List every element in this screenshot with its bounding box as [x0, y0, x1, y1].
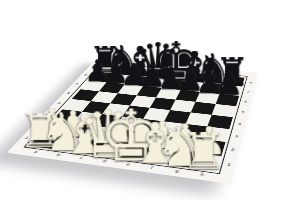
- chess-board-mat: aabbccddeeffgghh1122334455667788 ♜♞♝♛♚♝♞…: [7, 58, 258, 184]
- photo-scene: aabbccddeeffgghh1122334455667788 ♜♞♝♛♚♝♞…: [0, 0, 300, 200]
- file-label-bottom-h: h: [189, 171, 216, 178]
- pieces-layer: ♜♞♝♛♚♝♞♜♟♟♟♟♟♟♟♟♟♟♟♟♟♟♟♟♜♞♝♛♚♝♞♜: [7, 58, 258, 184]
- rank-label-right-2: 2: [226, 142, 239, 157]
- black-pawn-glyph: ♟: [215, 72, 243, 97]
- rank-label-right-8: 8: [246, 78, 256, 88]
- rank-label-right-3: 3: [230, 129, 242, 143]
- rank-label-right-6: 6: [240, 96, 251, 107]
- rank-label-right-4: 4: [234, 117, 246, 130]
- rank-label-right-7: 7: [243, 87, 253, 97]
- white-rook-glyph: ♜: [181, 132, 227, 172]
- rank-label-right-5: 5: [237, 106, 248, 118]
